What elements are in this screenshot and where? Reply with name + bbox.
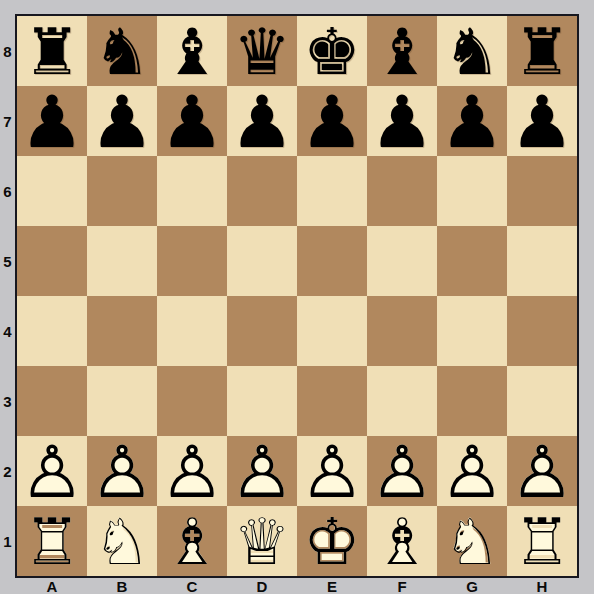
square-e2[interactable]: ♟♙: [297, 436, 367, 506]
piece-white-pawn[interactable]: ♟♙: [87, 436, 157, 506]
square-c8[interactable]: ♝: [157, 16, 227, 86]
piece-glyph-fill: ♞: [443, 20, 500, 84]
piece-white-bishop[interactable]: ♝♗: [367, 506, 437, 576]
square-b6[interactable]: [87, 156, 157, 226]
piece-black-pawn[interactable]: ♟: [17, 86, 87, 156]
square-e5[interactable]: [297, 226, 367, 296]
square-f5[interactable]: [367, 226, 437, 296]
piece-white-pawn[interactable]: ♟♙: [17, 436, 87, 506]
piece-glyph-outline: ♙: [510, 436, 575, 508]
piece-white-queen[interactable]: ♛♕: [227, 506, 297, 576]
square-h1[interactable]: ♜♖: [507, 506, 577, 576]
rank-label-1: 1: [0, 506, 15, 576]
piece-glyph-fill: ♟: [20, 86, 85, 158]
piece-black-knight[interactable]: ♞: [437, 16, 507, 86]
rank-label-5: 5: [0, 226, 15, 296]
square-d5[interactable]: [227, 226, 297, 296]
square-c7[interactable]: ♟: [157, 86, 227, 156]
rank-label-2: 2: [0, 436, 15, 506]
piece-white-rook[interactable]: ♜♖: [507, 506, 577, 576]
square-f3[interactable]: [367, 366, 437, 436]
square-f4[interactable]: [367, 296, 437, 366]
square-f1[interactable]: ♝♗: [367, 506, 437, 576]
file-label-d: D: [227, 578, 297, 594]
square-c4[interactable]: [157, 296, 227, 366]
piece-white-pawn[interactable]: ♟♙: [297, 436, 367, 506]
square-b3[interactable]: [87, 366, 157, 436]
square-c2[interactable]: ♟♙: [157, 436, 227, 506]
square-f7[interactable]: ♟: [367, 86, 437, 156]
square-b5[interactable]: [87, 226, 157, 296]
file-label-g: G: [437, 578, 507, 594]
square-d3[interactable]: [227, 366, 297, 436]
square-h4[interactable]: [507, 296, 577, 366]
file-label-b: B: [87, 578, 157, 594]
square-b4[interactable]: [87, 296, 157, 366]
rank-label-3: 3: [0, 366, 15, 436]
piece-glyph-outline: ♖: [23, 510, 80, 574]
piece-black-pawn[interactable]: ♟: [297, 86, 367, 156]
square-d8[interactable]: ♛: [227, 16, 297, 86]
file-label-f: F: [367, 578, 437, 594]
square-g7[interactable]: ♟: [437, 86, 507, 156]
piece-black-pawn[interactable]: ♟: [507, 86, 577, 156]
square-g3[interactable]: [437, 366, 507, 436]
piece-glyph-fill: ♟: [230, 86, 295, 158]
piece-glyph-outline: ♗: [163, 510, 220, 574]
piece-glyph-outline: ♙: [90, 436, 155, 508]
square-a8[interactable]: ♜: [17, 16, 87, 86]
piece-glyph-outline: ♙: [300, 436, 365, 508]
piece-black-rook[interactable]: ♜: [17, 16, 87, 86]
piece-glyph-fill: ♟: [510, 86, 575, 158]
piece-glyph-outline: ♔: [303, 510, 360, 574]
piece-white-pawn[interactable]: ♟♙: [507, 436, 577, 506]
piece-glyph-outline: ♙: [160, 436, 225, 508]
square-e8[interactable]: ♚: [297, 16, 367, 86]
piece-glyph-fill: ♟: [300, 86, 365, 158]
square-e1[interactable]: ♚♔: [297, 506, 367, 576]
file-label-a: A: [17, 578, 87, 594]
file-labels: ABCDEFGH: [17, 578, 577, 594]
square-c3[interactable]: [157, 366, 227, 436]
rank-label-4: 4: [0, 296, 15, 366]
square-a7[interactable]: ♟: [17, 86, 87, 156]
square-g4[interactable]: [437, 296, 507, 366]
piece-black-pawn[interactable]: ♟: [87, 86, 157, 156]
square-g6[interactable]: [437, 156, 507, 226]
square-f2[interactable]: ♟♙: [367, 436, 437, 506]
piece-glyph-fill: ♟: [90, 86, 155, 158]
rank-label-8: 8: [0, 16, 15, 86]
piece-glyph-fill: ♟: [440, 86, 505, 158]
piece-glyph-outline: ♖: [513, 510, 570, 574]
piece-black-bishop[interactable]: ♝: [367, 16, 437, 86]
square-b7[interactable]: ♟: [87, 86, 157, 156]
square-b8[interactable]: ♞: [87, 16, 157, 86]
piece-glyph-outline: ♙: [370, 436, 435, 508]
piece-glyph-fill: ♝: [373, 20, 430, 84]
piece-glyph-fill: ♚: [303, 20, 360, 84]
square-d2[interactable]: ♟♙: [227, 436, 297, 506]
piece-black-pawn[interactable]: ♟: [367, 86, 437, 156]
square-f6[interactable]: [367, 156, 437, 226]
square-h2[interactable]: ♟♙: [507, 436, 577, 506]
piece-white-bishop[interactable]: ♝♗: [157, 506, 227, 576]
square-d4[interactable]: [227, 296, 297, 366]
square-h7[interactable]: ♟: [507, 86, 577, 156]
square-g1[interactable]: ♞♘: [437, 506, 507, 576]
piece-white-rook[interactable]: ♜♖: [17, 506, 87, 576]
piece-white-king[interactable]: ♚♔: [297, 506, 367, 576]
piece-glyph-outline: ♗: [373, 510, 430, 574]
square-a5[interactable]: [17, 226, 87, 296]
piece-black-pawn[interactable]: ♟: [227, 86, 297, 156]
piece-white-knight[interactable]: ♞♘: [87, 506, 157, 576]
square-e6[interactable]: [297, 156, 367, 226]
piece-glyph-fill: ♛: [233, 20, 290, 84]
piece-glyph-fill: ♜: [23, 20, 80, 84]
square-h3[interactable]: [507, 366, 577, 436]
square-d6[interactable]: [227, 156, 297, 226]
piece-black-knight[interactable]: ♞: [87, 16, 157, 86]
piece-glyph-fill: ♜: [513, 20, 570, 84]
piece-black-pawn[interactable]: ♟: [437, 86, 507, 156]
square-a6[interactable]: [17, 156, 87, 226]
square-a3[interactable]: [17, 366, 87, 436]
square-h8[interactable]: ♜: [507, 16, 577, 86]
square-d7[interactable]: ♟: [227, 86, 297, 156]
file-label-c: C: [157, 578, 227, 594]
square-a4[interactable]: [17, 296, 87, 366]
piece-white-pawn[interactable]: ♟♙: [367, 436, 437, 506]
file-label-h: H: [507, 578, 577, 594]
piece-glyph-outline: ♕: [233, 510, 290, 574]
piece-glyph-fill: ♞: [93, 20, 150, 84]
square-e7[interactable]: ♟: [297, 86, 367, 156]
piece-black-pawn[interactable]: ♟: [157, 86, 227, 156]
piece-white-pawn[interactable]: ♟♙: [437, 436, 507, 506]
piece-glyph-outline: ♙: [440, 436, 505, 508]
rank-label-7: 7: [0, 86, 15, 156]
piece-white-pawn[interactable]: ♟♙: [157, 436, 227, 506]
square-a1[interactable]: ♜♖: [17, 506, 87, 576]
piece-black-king[interactable]: ♚: [297, 16, 367, 86]
piece-white-knight[interactable]: ♞♘: [437, 506, 507, 576]
square-h6[interactable]: [507, 156, 577, 226]
board-frame: ♜♞♝♛♚♝♞♜♟♟♟♟♟♟♟♟♟♙♟♙♟♙♟♙♟♙♟♙♟♙♟♙♜♖♞♘♝♗♛♕…: [15, 14, 579, 578]
piece-glyph-fill: ♝: [163, 20, 220, 84]
piece-glyph-fill: ♟: [370, 86, 435, 158]
square-b1[interactable]: ♞♘: [87, 506, 157, 576]
piece-glyph-outline: ♙: [230, 436, 295, 508]
square-e4[interactable]: [297, 296, 367, 366]
square-f8[interactable]: ♝: [367, 16, 437, 86]
square-g8[interactable]: ♞: [437, 16, 507, 86]
square-d1[interactable]: ♛♕: [227, 506, 297, 576]
square-c5[interactable]: [157, 226, 227, 296]
square-h5[interactable]: [507, 226, 577, 296]
rank-label-6: 6: [0, 156, 15, 226]
square-g2[interactable]: ♟♙: [437, 436, 507, 506]
square-b2[interactable]: ♟♙: [87, 436, 157, 506]
piece-black-queen[interactable]: ♛: [227, 16, 297, 86]
piece-white-pawn[interactable]: ♟♙: [227, 436, 297, 506]
piece-black-bishop[interactable]: ♝: [157, 16, 227, 86]
square-c6[interactable]: [157, 156, 227, 226]
rank-labels: 87654321: [0, 16, 15, 576]
piece-glyph-outline: ♙: [20, 436, 85, 508]
square-a2[interactable]: ♟♙: [17, 436, 87, 506]
square-e3[interactable]: [297, 366, 367, 436]
square-c1[interactable]: ♝♗: [157, 506, 227, 576]
square-g5[interactable]: [437, 226, 507, 296]
piece-black-rook[interactable]: ♜: [507, 16, 577, 86]
piece-glyph-fill: ♟: [160, 86, 225, 158]
piece-glyph-outline: ♘: [443, 510, 500, 574]
chess-app: 87654321 ♜♞♝♛♚♝♞♜♟♟♟♟♟♟♟♟♟♙♟♙♟♙♟♙♟♙♟♙♟♙♟…: [0, 0, 594, 594]
file-label-e: E: [297, 578, 367, 594]
chess-board: ♜♞♝♛♚♝♞♜♟♟♟♟♟♟♟♟♟♙♟♙♟♙♟♙♟♙♟♙♟♙♟♙♜♖♞♘♝♗♛♕…: [17, 16, 577, 576]
piece-glyph-outline: ♘: [93, 510, 150, 574]
